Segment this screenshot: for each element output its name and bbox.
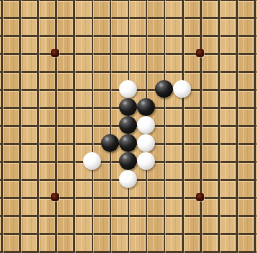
black-stone bbox=[119, 134, 137, 152]
black-stone bbox=[119, 98, 137, 116]
black-stone bbox=[101, 134, 119, 152]
white-stone bbox=[83, 152, 101, 170]
black-stone bbox=[119, 116, 137, 134]
grid-line-vertical bbox=[236, 0, 238, 253]
gomoku-board[interactable] bbox=[0, 0, 257, 253]
grid-line-vertical bbox=[92, 0, 94, 253]
game-window bbox=[0, 0, 257, 253]
white-stone bbox=[137, 116, 155, 134]
black-stone bbox=[119, 152, 137, 170]
white-stone bbox=[173, 80, 191, 98]
grid-line-vertical bbox=[218, 0, 220, 253]
grid-line-vertical bbox=[254, 0, 256, 253]
black-stone bbox=[155, 80, 173, 98]
white-stone bbox=[137, 134, 155, 152]
black-stone bbox=[137, 98, 155, 116]
grid-line-vertical bbox=[73, 0, 75, 253]
grid-line-vertical bbox=[55, 0, 57, 253]
white-stone bbox=[119, 80, 137, 98]
grid-line-vertical bbox=[182, 0, 184, 253]
grid-line-vertical bbox=[37, 0, 39, 253]
star-point bbox=[196, 49, 204, 57]
star-point bbox=[51, 193, 59, 201]
star-point bbox=[51, 49, 59, 57]
grid-line-vertical bbox=[200, 0, 202, 253]
grid-line-vertical bbox=[1, 0, 3, 253]
grid-line-vertical bbox=[110, 0, 112, 253]
white-stone bbox=[137, 152, 155, 170]
grid-line-vertical bbox=[19, 0, 21, 253]
star-point bbox=[196, 193, 204, 201]
white-stone bbox=[119, 170, 137, 188]
grid-line-vertical bbox=[164, 0, 166, 253]
